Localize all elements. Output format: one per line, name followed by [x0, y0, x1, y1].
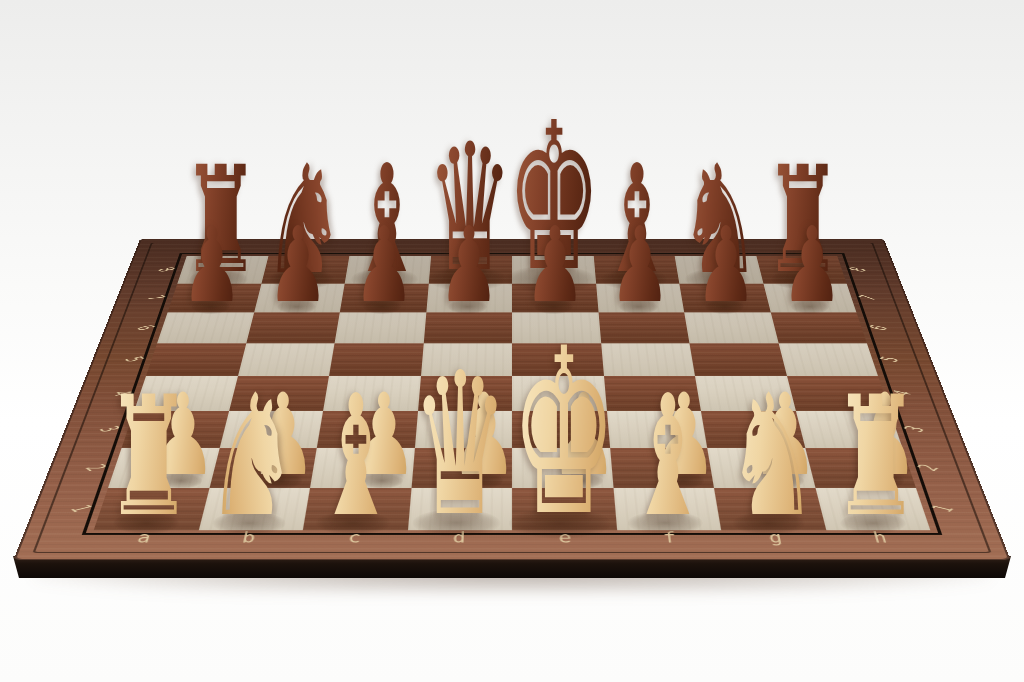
pawn-glyph: ♟ — [438, 214, 500, 318]
pawn-glyph: ♟ — [182, 214, 244, 318]
knight-glyph: ♞ — [725, 372, 818, 540]
pawn-glyph: ♟ — [353, 214, 415, 318]
bishop-glyph: ♝ — [315, 373, 397, 540]
pawn-glyph: ♟ — [267, 214, 329, 318]
king-glyph: ♚ — [511, 318, 618, 547]
chess-board-photo: abcdefgh1122334455667788 ♜♞♝♛♚♝♞♜♟♟♟♟♟♟♟… — [0, 0, 1024, 682]
pieces-layer: ♜♞♝♛♚♝♞♜♟♟♟♟♟♟♟♟♟♟♟♟♟♟♟♟♜♞♝♛♚♝♞♜ — [0, 0, 1024, 682]
rook-glyph: ♜ — [104, 375, 193, 540]
bishop-glyph: ♝ — [627, 373, 709, 540]
rook-glyph: ♜ — [831, 375, 920, 540]
knight-glyph: ♞ — [206, 372, 299, 540]
pawn-glyph: ♟ — [781, 214, 843, 318]
queen-glyph: ♛ — [412, 346, 509, 543]
pawn-glyph: ♟ — [695, 214, 757, 318]
pawn-glyph: ♟ — [610, 214, 672, 318]
